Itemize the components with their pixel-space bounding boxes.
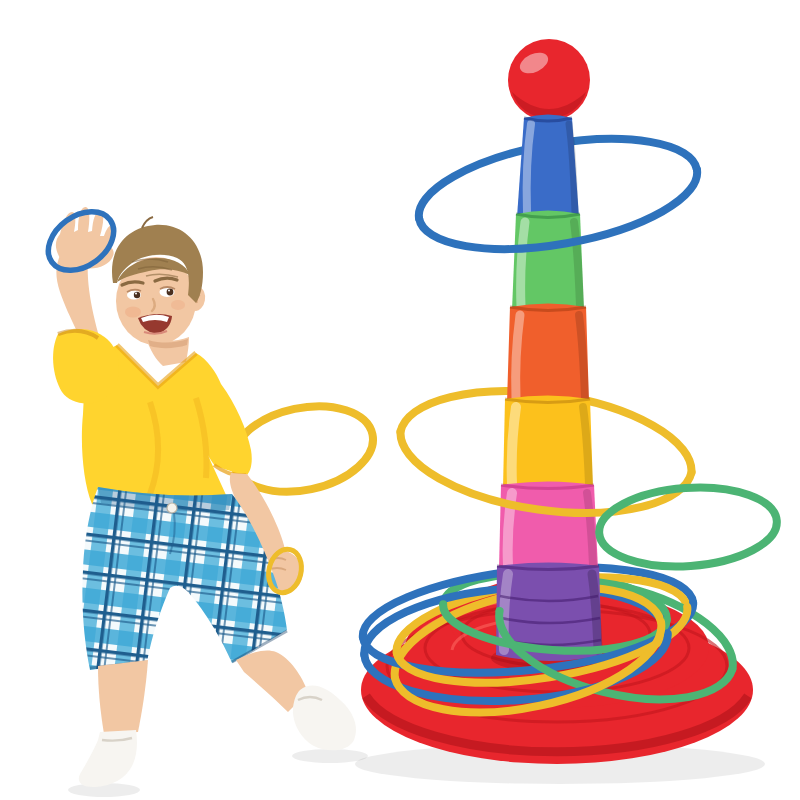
tower-segment-yellow-highlight bbox=[512, 407, 516, 484]
tower-ball bbox=[508, 39, 590, 121]
boy-eye-right-glint bbox=[168, 290, 170, 292]
tower-segment-blue-highlight bbox=[527, 124, 531, 212]
boy-pupil-right bbox=[167, 289, 174, 296]
boy-blush-right bbox=[171, 300, 185, 310]
screenshot-root bbox=[0, 0, 800, 800]
boy-pupil-left bbox=[134, 292, 140, 298]
tower-segment-orange-highlight bbox=[516, 315, 520, 398]
boy-blush-left bbox=[125, 307, 141, 318]
boy-right-sock-shadow bbox=[292, 749, 368, 763]
tower-segment-green-highlight bbox=[521, 222, 525, 306]
boy-eye-left-glint bbox=[135, 293, 137, 295]
scene-image bbox=[0, 0, 800, 800]
boy-shorts-button bbox=[167, 503, 177, 513]
